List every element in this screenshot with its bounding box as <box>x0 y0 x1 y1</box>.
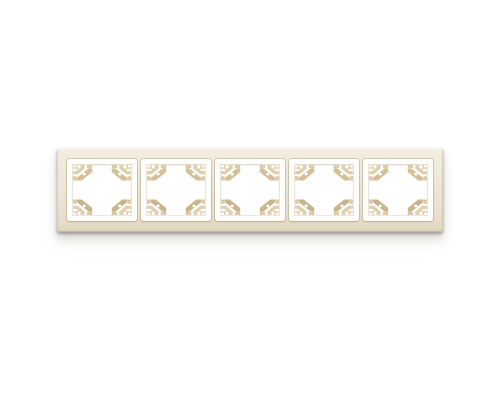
frame-window <box>141 159 211 221</box>
frame-aperture <box>146 164 206 216</box>
corner-bracket-icon <box>73 198 94 215</box>
corner-bracket-icon <box>258 198 279 215</box>
corner-bracket-icon <box>110 198 131 215</box>
corner-bracket-icon <box>332 198 353 215</box>
corner-bracket-icon <box>184 198 205 215</box>
corner-bracket-icon <box>73 165 94 182</box>
corner-bracket-icon <box>295 198 316 215</box>
corner-bracket-icon <box>369 198 390 215</box>
product-photo <box>0 0 500 400</box>
corner-bracket-icon <box>110 165 131 182</box>
corner-bracket-icon <box>332 165 353 182</box>
corner-bracket-icon <box>369 165 390 182</box>
frame-aperture <box>294 164 354 216</box>
frame-aperture <box>72 164 132 216</box>
corner-bracket-icon <box>184 165 205 182</box>
corner-bracket-icon <box>147 165 168 182</box>
corner-bracket-icon <box>147 198 168 215</box>
frame-window <box>215 159 285 221</box>
corner-bracket-icon <box>295 165 316 182</box>
frame-window <box>363 159 433 221</box>
corner-bracket-icon <box>221 198 242 215</box>
corner-bracket-icon <box>258 165 279 182</box>
corner-bracket-icon <box>221 165 242 182</box>
frame-aperture <box>368 164 428 216</box>
frame-window <box>67 159 137 221</box>
corner-bracket-icon <box>406 165 427 182</box>
frame-aperture <box>220 164 280 216</box>
frame <box>57 148 443 232</box>
frame-window <box>289 159 359 221</box>
corner-bracket-icon <box>406 198 427 215</box>
